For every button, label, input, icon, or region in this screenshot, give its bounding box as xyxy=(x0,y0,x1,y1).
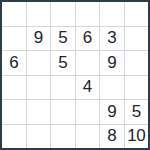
cell-r2c4-clue[interactable]: 9 xyxy=(100,51,124,75)
cell-r4c0-empty[interactable] xyxy=(2,100,26,124)
cell-r2c5-empty[interactable] xyxy=(125,51,149,75)
cell-r2c0-clue[interactable]: 6 xyxy=(2,51,26,75)
cell-r1c2-clue[interactable]: 5 xyxy=(51,27,75,51)
cell-r3c3-clue[interactable]: 4 xyxy=(76,76,100,100)
cell-r3c2-empty[interactable] xyxy=(51,76,75,100)
cell-r0c5-empty[interactable] xyxy=(125,2,149,26)
cell-r0c0-empty[interactable] xyxy=(2,2,26,26)
cell-r1c5-empty[interactable] xyxy=(125,27,149,51)
cell-r4c5-clue[interactable]: 5 xyxy=(125,100,149,124)
puzzle-board: 9563659495810 xyxy=(0,0,150,150)
cell-r2c3-empty[interactable] xyxy=(76,51,100,75)
cell-r5c0-empty[interactable] xyxy=(2,125,26,149)
cell-r0c3-empty[interactable] xyxy=(76,2,100,26)
cell-r3c4-empty[interactable] xyxy=(100,76,124,100)
cell-r2c1-empty[interactable] xyxy=(27,51,51,75)
cell-r0c1-empty[interactable] xyxy=(27,2,51,26)
cell-r2c2-clue[interactable]: 5 xyxy=(51,51,75,75)
cell-r4c1-empty[interactable] xyxy=(27,100,51,124)
cell-r1c3-clue[interactable]: 6 xyxy=(76,27,100,51)
cell-r5c5-clue[interactable]: 10 xyxy=(125,125,149,149)
cell-r4c4-clue[interactable]: 9 xyxy=(100,100,124,124)
cell-r1c4-clue[interactable]: 3 xyxy=(100,27,124,51)
cell-r3c5-empty[interactable] xyxy=(125,76,149,100)
cell-r3c0-empty[interactable] xyxy=(2,76,26,100)
cell-r5c4-clue[interactable]: 8 xyxy=(100,125,124,149)
cell-r5c2-empty[interactable] xyxy=(51,125,75,149)
cell-r0c2-empty[interactable] xyxy=(51,2,75,26)
cell-r5c3-empty[interactable] xyxy=(76,125,100,149)
cell-r4c3-empty[interactable] xyxy=(76,100,100,124)
cell-r4c2-empty[interactable] xyxy=(51,100,75,124)
cell-r1c0-empty[interactable] xyxy=(2,27,26,51)
cell-r5c1-empty[interactable] xyxy=(27,125,51,149)
cell-r3c1-empty[interactable] xyxy=(27,76,51,100)
cell-r1c1-clue[interactable]: 9 xyxy=(27,27,51,51)
cell-r0c4-empty[interactable] xyxy=(100,2,124,26)
